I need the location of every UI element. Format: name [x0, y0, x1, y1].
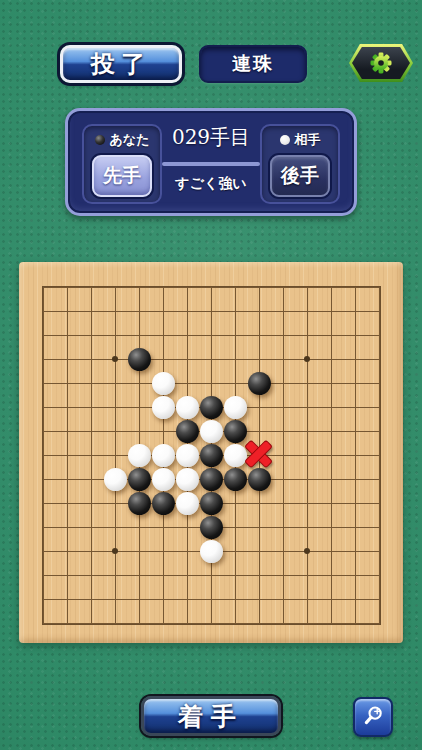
center-status: 029手目 すごく強い [162, 111, 260, 213]
player-label: あなた [110, 131, 150, 149]
black-stone [200, 468, 223, 491]
black-stone [128, 468, 151, 491]
magnifier-plus-icon [359, 703, 387, 731]
black-stone [176, 420, 199, 443]
white-stone [104, 468, 127, 491]
zoom-button[interactable] [353, 697, 393, 737]
black-stone [200, 444, 223, 467]
black-stone [248, 372, 271, 395]
white-stone [152, 468, 175, 491]
white-stone [128, 444, 151, 467]
player-box: あなた 先手 [82, 124, 162, 204]
resign-button[interactable]: 投了 [60, 45, 182, 83]
black-stone [224, 420, 247, 443]
black-stone [200, 396, 223, 419]
app-screen: 投了 連珠 [0, 0, 422, 750]
black-stone [128, 348, 151, 371]
star-point [112, 356, 118, 362]
white-stone [152, 444, 175, 467]
black-stone [128, 492, 151, 515]
black-stone [248, 468, 271, 491]
white-stone [176, 468, 199, 491]
black-stone [200, 492, 223, 515]
white-stone [176, 492, 199, 515]
opponent-label: 相手 [295, 131, 321, 149]
star-point [304, 548, 310, 554]
white-stone [176, 396, 199, 419]
star-point [112, 548, 118, 554]
black-stone-icon [95, 135, 105, 145]
star-point [304, 356, 310, 362]
game-title: 連珠 [199, 45, 307, 83]
black-stone [200, 516, 223, 539]
move-counter: 029手目 [162, 124, 260, 151]
white-stone [152, 372, 175, 395]
play-move-button[interactable]: 着手 [141, 696, 281, 736]
first-move-button[interactable]: 先手 [92, 155, 152, 197]
white-stone [152, 396, 175, 419]
opponent-box: 相手 後手 [260, 124, 340, 204]
black-stone [152, 492, 175, 515]
black-stone [224, 468, 247, 491]
status-panel: あなた 先手 029手目 すごく強い 相手 後手 [65, 108, 357, 216]
selected-move-marker[interactable] [246, 442, 272, 468]
white-stone [200, 540, 223, 563]
difficulty-label: すごく強い [162, 175, 260, 193]
white-stone [176, 444, 199, 467]
settings-button[interactable] [349, 44, 413, 82]
white-stone [224, 396, 247, 419]
white-stone [200, 420, 223, 443]
divider [162, 162, 260, 166]
white-stone [224, 444, 247, 467]
renju-board[interactable] [19, 262, 403, 643]
gear-icon [352, 47, 410, 79]
white-stone-icon [280, 135, 290, 145]
second-move-button[interactable]: 後手 [270, 155, 330, 197]
stones-layer [43, 287, 380, 624]
